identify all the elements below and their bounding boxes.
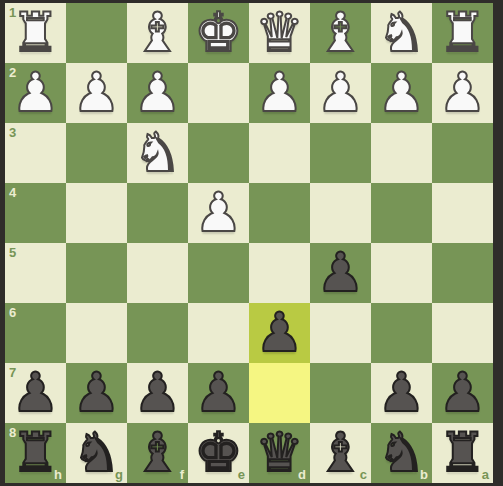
square-a8[interactable]: a♜ xyxy=(432,423,493,483)
piece-white-pawn-c2[interactable]: ♟ xyxy=(316,66,364,120)
square-e7[interactable]: ♟ xyxy=(188,363,249,423)
square-h3[interactable]: 3 xyxy=(5,123,66,183)
piece-black-bishop-c8[interactable]: ♝ xyxy=(316,426,364,480)
square-c5[interactable]: ♟ xyxy=(310,243,371,303)
square-h4[interactable]: 4 xyxy=(5,183,66,243)
piece-white-pawn-b2[interactable]: ♟ xyxy=(377,66,425,120)
piece-white-rook-a1[interactable]: ♜ xyxy=(438,6,486,60)
square-b5[interactable] xyxy=(371,243,432,303)
square-f1[interactable]: ♝ xyxy=(127,3,188,63)
piece-white-pawn-d2[interactable]: ♟ xyxy=(255,66,303,120)
piece-black-pawn-a7[interactable]: ♟ xyxy=(438,366,486,420)
square-a6[interactable] xyxy=(432,303,493,363)
piece-white-pawn-a2[interactable]: ♟ xyxy=(438,66,486,120)
piece-white-pawn-e4[interactable]: ♟ xyxy=(194,186,242,240)
piece-black-pawn-b7[interactable]: ♟ xyxy=(377,366,425,420)
square-e6[interactable] xyxy=(188,303,249,363)
square-d1[interactable]: ♛ xyxy=(249,3,310,63)
square-a2[interactable]: ♟ xyxy=(432,63,493,123)
square-g7[interactable]: ♟ xyxy=(66,363,127,423)
square-g5[interactable] xyxy=(66,243,127,303)
piece-black-queen-d8[interactable]: ♛ xyxy=(255,426,303,480)
square-h1[interactable]: 1♜ xyxy=(5,3,66,63)
piece-white-queen-d1[interactable]: ♛ xyxy=(255,6,303,60)
square-a4[interactable] xyxy=(432,183,493,243)
square-f3[interactable]: ♞ xyxy=(127,123,188,183)
square-d4[interactable] xyxy=(249,183,310,243)
square-f2[interactable]: ♟ xyxy=(127,63,188,123)
square-c2[interactable]: ♟ xyxy=(310,63,371,123)
piece-black-pawn-e7[interactable]: ♟ xyxy=(194,366,242,420)
square-e5[interactable] xyxy=(188,243,249,303)
square-f8[interactable]: f♝ xyxy=(127,423,188,483)
rank-label-3: 3 xyxy=(9,126,16,139)
square-e3[interactable] xyxy=(188,123,249,183)
square-f6[interactable] xyxy=(127,303,188,363)
square-c4[interactable] xyxy=(310,183,371,243)
square-e2[interactable] xyxy=(188,63,249,123)
square-b4[interactable] xyxy=(371,183,432,243)
square-a7[interactable]: ♟ xyxy=(432,363,493,423)
piece-white-bishop-c1[interactable]: ♝ xyxy=(316,6,364,60)
piece-black-knight-g8[interactable]: ♞ xyxy=(72,426,120,480)
square-h5[interactable]: 5 xyxy=(5,243,66,303)
square-f4[interactable] xyxy=(127,183,188,243)
piece-black-knight-b8[interactable]: ♞ xyxy=(377,426,425,480)
square-b8[interactable]: b♞ xyxy=(371,423,432,483)
square-h7[interactable]: 7♟ xyxy=(5,363,66,423)
square-d5[interactable] xyxy=(249,243,310,303)
piece-white-bishop-f1[interactable]: ♝ xyxy=(133,6,181,60)
square-b6[interactable] xyxy=(371,303,432,363)
square-g1[interactable] xyxy=(66,3,127,63)
square-e1[interactable]: ♚ xyxy=(188,3,249,63)
chess-app-screen: 1♜♝♚♛♝♞♜2♟♟♟♟♟♟♟3♞4♟5♟6♟7♟♟♟♟♟♟8h♜g♞f♝e♚… xyxy=(0,0,503,486)
piece-black-pawn-d6[interactable]: ♟ xyxy=(255,306,303,360)
square-d7[interactable] xyxy=(249,363,310,423)
rank-label-4: 4 xyxy=(9,186,16,199)
square-c6[interactable] xyxy=(310,303,371,363)
square-c8[interactable]: c♝ xyxy=(310,423,371,483)
piece-white-pawn-g2[interactable]: ♟ xyxy=(72,66,120,120)
chess-board: 1♜♝♚♛♝♞♜2♟♟♟♟♟♟♟3♞4♟5♟6♟7♟♟♟♟♟♟8h♜g♞f♝e♚… xyxy=(5,3,493,483)
piece-white-rook-h1[interactable]: ♜ xyxy=(11,6,59,60)
square-d8[interactable]: d♛ xyxy=(249,423,310,483)
square-g4[interactable] xyxy=(66,183,127,243)
piece-black-bishop-f8[interactable]: ♝ xyxy=(133,426,181,480)
square-g2[interactable]: ♟ xyxy=(66,63,127,123)
square-b2[interactable]: ♟ xyxy=(371,63,432,123)
square-f7[interactable]: ♟ xyxy=(127,363,188,423)
piece-black-pawn-h7[interactable]: ♟ xyxy=(11,366,59,420)
square-b7[interactable]: ♟ xyxy=(371,363,432,423)
square-b3[interactable] xyxy=(371,123,432,183)
square-h8[interactable]: 8h♜ xyxy=(5,423,66,483)
square-g3[interactable] xyxy=(66,123,127,183)
piece-black-rook-a8[interactable]: ♜ xyxy=(438,426,486,480)
square-g6[interactable] xyxy=(66,303,127,363)
square-b1[interactable]: ♞ xyxy=(371,3,432,63)
square-f5[interactable] xyxy=(127,243,188,303)
piece-black-rook-h8[interactable]: ♜ xyxy=(11,426,59,480)
rank-label-5: 5 xyxy=(9,246,16,259)
piece-white-pawn-f2[interactable]: ♟ xyxy=(133,66,181,120)
square-c1[interactable]: ♝ xyxy=(310,3,371,63)
piece-black-pawn-f7[interactable]: ♟ xyxy=(133,366,181,420)
square-d2[interactable]: ♟ xyxy=(249,63,310,123)
piece-black-pawn-c5[interactable]: ♟ xyxy=(316,246,364,300)
piece-white-knight-f3[interactable]: ♞ xyxy=(133,126,181,180)
square-h2[interactable]: 2♟ xyxy=(5,63,66,123)
square-e4[interactable]: ♟ xyxy=(188,183,249,243)
square-d3[interactable] xyxy=(249,123,310,183)
piece-white-king-e1[interactable]: ♚ xyxy=(194,6,242,60)
square-c7[interactable] xyxy=(310,363,371,423)
piece-black-pawn-g7[interactable]: ♟ xyxy=(72,366,120,420)
square-d6[interactable]: ♟ xyxy=(249,303,310,363)
piece-white-knight-b1[interactable]: ♞ xyxy=(377,6,425,60)
piece-white-pawn-h2[interactable]: ♟ xyxy=(11,66,59,120)
square-c3[interactable] xyxy=(310,123,371,183)
rank-label-6: 6 xyxy=(9,306,16,319)
square-h6[interactable]: 6 xyxy=(5,303,66,363)
square-e8[interactable]: e♚ xyxy=(188,423,249,483)
square-a5[interactable] xyxy=(432,243,493,303)
square-g8[interactable]: g♞ xyxy=(66,423,127,483)
square-a1[interactable]: ♜ xyxy=(432,3,493,63)
piece-black-king-e8[interactable]: ♚ xyxy=(194,426,242,480)
square-a3[interactable] xyxy=(432,123,493,183)
